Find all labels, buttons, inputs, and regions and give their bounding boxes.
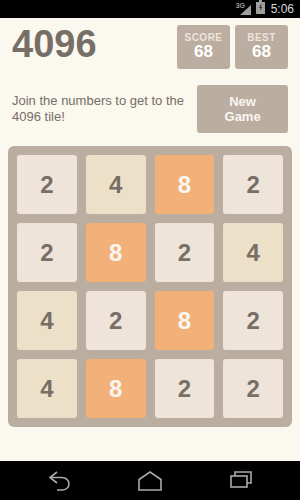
tile-r1c1: 2 [17, 155, 77, 214]
nav-bar [0, 461, 300, 500]
tile-r3c4: 2 [223, 291, 283, 350]
tile-r4c2: 8 [86, 359, 146, 418]
tile-r4c1: 4 [17, 359, 77, 418]
score-box: SCORE 68 [177, 25, 230, 69]
recents-icon[interactable] [228, 468, 254, 494]
back-icon[interactable] [46, 468, 72, 494]
score-value: 68 [194, 43, 213, 62]
phone-screen: 3G 5:06 4096 SCORE 68 BEST 68 [0, 0, 300, 500]
tile-r1c3: 8 [155, 155, 215, 214]
tile-r2c3: 2 [155, 223, 215, 282]
tile-r4c3: 2 [155, 359, 215, 418]
intro-text: Join the numbers to get to the 4096 tile… [12, 93, 197, 126]
best-value: 68 [252, 43, 271, 62]
tile-r1c4: 2 [223, 155, 283, 214]
app-title: 4096 [12, 25, 97, 65]
intro-row: Join the numbers to get to the 4096 tile… [0, 85, 300, 133]
clock: 5:06 [271, 2, 294, 16]
home-icon[interactable] [137, 468, 163, 494]
network-signal-icon: 3G [236, 2, 252, 16]
tile-r2c1: 2 [17, 223, 77, 282]
new-game-button[interactable]: New Game [197, 85, 288, 133]
tile-r1c2: 4 [86, 155, 146, 214]
tile-r2c4: 4 [223, 223, 283, 282]
tile-r3c2: 2 [86, 291, 146, 350]
board-grid[interactable]: 2482282442824822 [8, 146, 292, 427]
best-box: BEST 68 [235, 25, 288, 69]
score-boxes: SCORE 68 BEST 68 [177, 25, 288, 69]
tile-r3c1: 4 [17, 291, 77, 350]
tile-r4c4: 2 [223, 359, 283, 418]
status-bar: 3G 5:06 [0, 0, 300, 18]
battery-icon [256, 0, 265, 18]
tile-r2c2: 8 [86, 223, 146, 282]
tile-r3c3: 8 [155, 291, 215, 350]
header: 4096 SCORE 68 BEST 68 [0, 25, 300, 69]
